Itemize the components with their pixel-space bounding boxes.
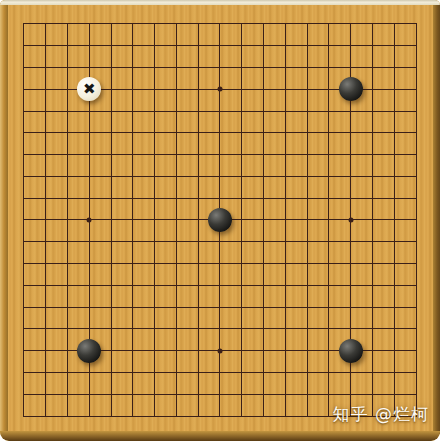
board-cell[interactable]	[296, 405, 318, 427]
board-cell[interactable]	[166, 231, 188, 253]
board-cell[interactable]	[209, 187, 231, 209]
board-cell[interactable]	[340, 253, 362, 275]
board-cell[interactable]	[383, 166, 405, 188]
board-cell[interactable]	[122, 318, 144, 340]
board-cell[interactable]	[166, 340, 188, 362]
board-cell[interactable]	[78, 253, 100, 275]
board-cell[interactable]	[209, 362, 231, 384]
board-cell[interactable]	[122, 57, 144, 79]
board-cell[interactable]	[187, 383, 209, 405]
board-cell[interactable]	[405, 231, 427, 253]
board-cell[interactable]	[296, 274, 318, 296]
board-cell[interactable]	[253, 57, 275, 79]
board-cell[interactable]	[187, 340, 209, 362]
board-cell[interactable]	[231, 340, 253, 362]
board-cell[interactable]	[340, 231, 362, 253]
board-cell[interactable]	[318, 35, 340, 57]
board-cell[interactable]	[100, 362, 122, 384]
board-cell[interactable]	[383, 318, 405, 340]
board-cell[interactable]	[340, 340, 362, 362]
board-cell[interactable]	[274, 405, 296, 427]
board-cell[interactable]	[144, 209, 166, 231]
board-cell[interactable]	[144, 274, 166, 296]
board-cell[interactable]	[100, 78, 122, 100]
board-cell[interactable]	[274, 253, 296, 275]
board-cell[interactable]	[35, 231, 57, 253]
board-cell[interactable]	[318, 253, 340, 275]
board-cell[interactable]	[13, 340, 35, 362]
board-cell[interactable]	[383, 78, 405, 100]
board-cell[interactable]	[318, 383, 340, 405]
board-cell[interactable]	[253, 187, 275, 209]
board-cell[interactable]	[405, 166, 427, 188]
board-cell[interactable]	[35, 405, 57, 427]
board-cell[interactable]	[78, 13, 100, 35]
board-cell[interactable]	[166, 78, 188, 100]
board-cell[interactable]	[231, 231, 253, 253]
board-cell[interactable]	[100, 166, 122, 188]
board-cell[interactable]	[187, 187, 209, 209]
board-cell[interactable]	[405, 209, 427, 231]
board-cell[interactable]	[318, 209, 340, 231]
board-cell[interactable]	[78, 209, 100, 231]
board-cell[interactable]	[274, 13, 296, 35]
go-board[interactable]: ✖	[13, 13, 427, 427]
board-cell[interactable]	[122, 122, 144, 144]
board-cell[interactable]	[100, 144, 122, 166]
board-cell[interactable]	[383, 187, 405, 209]
board-cell[interactable]	[166, 274, 188, 296]
board-cell[interactable]	[362, 78, 384, 100]
board-cell[interactable]	[144, 122, 166, 144]
board-cell[interactable]	[362, 187, 384, 209]
board-cell[interactable]	[253, 122, 275, 144]
board-cell[interactable]	[35, 35, 57, 57]
board-cell[interactable]	[253, 318, 275, 340]
board-cell[interactable]	[35, 318, 57, 340]
board-cell[interactable]	[187, 362, 209, 384]
board-cell[interactable]	[122, 100, 144, 122]
board-cell[interactable]	[253, 144, 275, 166]
board-cell[interactable]	[274, 383, 296, 405]
board-cell[interactable]	[187, 166, 209, 188]
board-cell[interactable]	[144, 253, 166, 275]
board-cell[interactable]	[296, 340, 318, 362]
board-cell[interactable]	[340, 144, 362, 166]
board-cell[interactable]	[35, 187, 57, 209]
board-cell[interactable]	[383, 144, 405, 166]
board-cell[interactable]	[383, 100, 405, 122]
board-cell[interactable]	[253, 231, 275, 253]
board-cell[interactable]	[78, 383, 100, 405]
board-cell[interactable]	[362, 253, 384, 275]
board-cell[interactable]	[340, 57, 362, 79]
board-cell[interactable]	[231, 405, 253, 427]
board-cell[interactable]	[166, 35, 188, 57]
board-cell[interactable]	[209, 231, 231, 253]
board-cell[interactable]	[383, 253, 405, 275]
board-cell[interactable]	[253, 253, 275, 275]
board-cell[interactable]	[296, 209, 318, 231]
board-cell[interactable]	[13, 274, 35, 296]
board-cell[interactable]	[340, 13, 362, 35]
board-cell[interactable]	[57, 13, 79, 35]
board-cell[interactable]	[253, 383, 275, 405]
board-cell[interactable]	[187, 100, 209, 122]
board-cell[interactable]	[362, 296, 384, 318]
board-cell[interactable]	[122, 340, 144, 362]
board-cell[interactable]	[78, 274, 100, 296]
board-cell[interactable]	[209, 383, 231, 405]
board-cell[interactable]	[274, 187, 296, 209]
board-cell[interactable]	[362, 209, 384, 231]
board-cell[interactable]	[383, 35, 405, 57]
board-cell[interactable]	[57, 78, 79, 100]
board-cell[interactable]	[144, 166, 166, 188]
board-cell[interactable]	[296, 362, 318, 384]
board-cell[interactable]	[383, 274, 405, 296]
board-cell[interactable]	[57, 253, 79, 275]
board-cell[interactable]	[144, 144, 166, 166]
board-cell[interactable]	[122, 405, 144, 427]
board-cell[interactable]	[13, 383, 35, 405]
board-cell[interactable]	[405, 318, 427, 340]
board-cell[interactable]	[405, 383, 427, 405]
board-cell[interactable]	[57, 122, 79, 144]
board-cell[interactable]	[122, 166, 144, 188]
board-cell[interactable]	[231, 296, 253, 318]
board-cell[interactable]	[57, 35, 79, 57]
board-cell[interactable]	[274, 144, 296, 166]
board-cell[interactable]	[231, 318, 253, 340]
board-cell[interactable]	[78, 166, 100, 188]
board-cell[interactable]	[253, 209, 275, 231]
board-cell[interactable]	[35, 78, 57, 100]
board-cell[interactable]	[362, 100, 384, 122]
board-cell[interactable]	[209, 274, 231, 296]
board-cell[interactable]	[13, 144, 35, 166]
board-cell[interactable]	[187, 57, 209, 79]
board-cell[interactable]	[362, 122, 384, 144]
board-cell[interactable]	[362, 318, 384, 340]
board-cell[interactable]	[318, 144, 340, 166]
board-cell[interactable]	[405, 35, 427, 57]
board-cell[interactable]	[209, 122, 231, 144]
board-cell[interactable]	[122, 209, 144, 231]
board-cell[interactable]	[122, 35, 144, 57]
board-cell[interactable]	[78, 340, 100, 362]
board-cell[interactable]	[362, 274, 384, 296]
board-cell[interactable]	[231, 383, 253, 405]
board-cell[interactable]	[100, 340, 122, 362]
board-cell[interactable]	[274, 100, 296, 122]
board-cell[interactable]	[166, 144, 188, 166]
board-cell[interactable]	[209, 100, 231, 122]
board-cell[interactable]	[166, 296, 188, 318]
board-cell[interactable]	[209, 318, 231, 340]
board-cell[interactable]	[296, 35, 318, 57]
board-cell[interactable]	[296, 100, 318, 122]
board-cell[interactable]	[209, 13, 231, 35]
board-cell[interactable]	[383, 383, 405, 405]
board-cell[interactable]	[13, 35, 35, 57]
board-cell[interactable]	[35, 253, 57, 275]
board-cell[interactable]	[318, 296, 340, 318]
board-cell[interactable]	[274, 122, 296, 144]
board-cell[interactable]	[340, 362, 362, 384]
board-cell[interactable]	[187, 274, 209, 296]
board-cell[interactable]	[166, 362, 188, 384]
board-cell[interactable]	[57, 144, 79, 166]
board-cell[interactable]	[383, 13, 405, 35]
board-cell[interactable]	[383, 296, 405, 318]
board-cell[interactable]	[318, 57, 340, 79]
board-cell[interactable]	[187, 405, 209, 427]
board-cell[interactable]	[296, 144, 318, 166]
board-cell[interactable]	[78, 122, 100, 144]
board-cell[interactable]	[144, 35, 166, 57]
board-cell[interactable]	[209, 209, 231, 231]
board-cell[interactable]	[57, 209, 79, 231]
board-cell[interactable]	[57, 100, 79, 122]
board-cell[interactable]	[231, 144, 253, 166]
board-cell[interactable]	[405, 362, 427, 384]
board-cell[interactable]	[362, 13, 384, 35]
board-cell[interactable]	[209, 35, 231, 57]
board-cell[interactable]	[57, 383, 79, 405]
board-cell[interactable]	[100, 274, 122, 296]
board-cell[interactable]	[362, 383, 384, 405]
board-cell[interactable]	[57, 340, 79, 362]
board-cell[interactable]	[274, 340, 296, 362]
board-cell[interactable]	[383, 57, 405, 79]
board-cell[interactable]	[253, 166, 275, 188]
board-cell[interactable]	[100, 296, 122, 318]
board-cell[interactable]	[383, 362, 405, 384]
board-cell[interactable]	[144, 13, 166, 35]
board-cell[interactable]	[405, 340, 427, 362]
board-cell[interactable]	[13, 166, 35, 188]
board-cell[interactable]	[57, 318, 79, 340]
board-cell[interactable]	[78, 100, 100, 122]
board-cell[interactable]	[209, 296, 231, 318]
board-cell[interactable]	[296, 318, 318, 340]
board-cell[interactable]	[274, 35, 296, 57]
board-cell[interactable]	[122, 13, 144, 35]
board-cell[interactable]	[35, 209, 57, 231]
board-cell[interactable]	[100, 57, 122, 79]
board-cell[interactable]	[231, 274, 253, 296]
board-cell[interactable]	[340, 187, 362, 209]
board-cell[interactable]	[35, 362, 57, 384]
board-cell[interactable]	[405, 122, 427, 144]
board-cell[interactable]	[187, 209, 209, 231]
board-cell[interactable]	[296, 57, 318, 79]
board-cell[interactable]	[405, 100, 427, 122]
board-cell[interactable]	[405, 78, 427, 100]
board-cell[interactable]	[253, 35, 275, 57]
board-cell[interactable]	[144, 296, 166, 318]
board-cell[interactable]	[405, 296, 427, 318]
board-cell[interactable]	[35, 57, 57, 79]
board-cell[interactable]	[318, 166, 340, 188]
board-cell[interactable]	[253, 340, 275, 362]
board-cell[interactable]	[253, 100, 275, 122]
board-cell[interactable]	[340, 100, 362, 122]
board-cell[interactable]	[318, 340, 340, 362]
board-cell[interactable]	[209, 340, 231, 362]
board-cell[interactable]	[187, 253, 209, 275]
board-cell[interactable]	[78, 318, 100, 340]
board-cell[interactable]	[166, 122, 188, 144]
board-cell[interactable]	[209, 144, 231, 166]
board-cell[interactable]	[78, 187, 100, 209]
board-cell[interactable]	[187, 231, 209, 253]
board-cell[interactable]	[340, 296, 362, 318]
board-cell[interactable]	[362, 362, 384, 384]
board-cell[interactable]	[405, 274, 427, 296]
board-cell[interactable]	[78, 405, 100, 427]
board-cell[interactable]	[187, 144, 209, 166]
board-cell[interactable]	[35, 13, 57, 35]
board-cell[interactable]	[231, 209, 253, 231]
board-cell[interactable]	[100, 253, 122, 275]
board-cell[interactable]	[100, 383, 122, 405]
board-cell[interactable]	[122, 187, 144, 209]
board-cell[interactable]	[405, 253, 427, 275]
board-cell[interactable]	[144, 100, 166, 122]
board-cell[interactable]	[362, 231, 384, 253]
board-cell[interactable]	[296, 253, 318, 275]
board-cell[interactable]	[166, 383, 188, 405]
board-cell[interactable]	[209, 57, 231, 79]
board-cell[interactable]	[318, 274, 340, 296]
board-cell[interactable]	[209, 405, 231, 427]
board-cell[interactable]	[78, 231, 100, 253]
board-cell[interactable]	[296, 13, 318, 35]
board-cell[interactable]	[57, 362, 79, 384]
board-cell[interactable]	[318, 122, 340, 144]
board-cell[interactable]	[405, 57, 427, 79]
board-cell[interactable]	[274, 78, 296, 100]
board-cell[interactable]	[100, 405, 122, 427]
board-cell[interactable]	[166, 187, 188, 209]
board-cell[interactable]	[122, 383, 144, 405]
board-cell[interactable]	[35, 122, 57, 144]
board-cell[interactable]	[144, 78, 166, 100]
board-cell[interactable]	[78, 35, 100, 57]
board-cell[interactable]	[166, 100, 188, 122]
board-cell[interactable]	[100, 100, 122, 122]
board-cell[interactable]	[274, 231, 296, 253]
board-cell[interactable]	[362, 340, 384, 362]
board-cell[interactable]	[122, 144, 144, 166]
board-cell[interactable]	[13, 57, 35, 79]
board-cell[interactable]	[13, 253, 35, 275]
board-cell[interactable]	[35, 100, 57, 122]
board-cell[interactable]	[340, 35, 362, 57]
board-cell[interactable]	[166, 253, 188, 275]
board-cell[interactable]	[100, 13, 122, 35]
board-cell[interactable]	[274, 362, 296, 384]
board-cell[interactable]	[13, 318, 35, 340]
board-cell[interactable]	[166, 318, 188, 340]
board-cell[interactable]	[144, 57, 166, 79]
board-cell[interactable]	[340, 383, 362, 405]
board-cell[interactable]	[296, 187, 318, 209]
board-cell[interactable]	[318, 187, 340, 209]
board-cell[interactable]	[253, 296, 275, 318]
board-cell[interactable]	[13, 405, 35, 427]
board-cell[interactable]	[187, 78, 209, 100]
board-cell[interactable]	[78, 362, 100, 384]
board-cell[interactable]	[296, 383, 318, 405]
board-cell[interactable]	[122, 231, 144, 253]
board-cell[interactable]	[383, 209, 405, 231]
board-cell[interactable]	[274, 274, 296, 296]
board-cell[interactable]	[231, 122, 253, 144]
board-cell[interactable]	[13, 78, 35, 100]
board-cell[interactable]	[166, 166, 188, 188]
board-cell[interactable]	[405, 144, 427, 166]
board-cell[interactable]	[231, 35, 253, 57]
board-cell[interactable]	[340, 78, 362, 100]
board-cell[interactable]	[362, 57, 384, 79]
board-cell[interactable]	[383, 340, 405, 362]
board-cell[interactable]	[187, 318, 209, 340]
board-cell[interactable]	[100, 231, 122, 253]
board-cell[interactable]	[57, 57, 79, 79]
board-cell[interactable]	[318, 231, 340, 253]
board-cell[interactable]	[13, 122, 35, 144]
board-cell[interactable]	[231, 362, 253, 384]
board-cell[interactable]	[144, 405, 166, 427]
board-cell[interactable]	[122, 253, 144, 275]
board-cell[interactable]	[144, 231, 166, 253]
board-cell[interactable]	[231, 13, 253, 35]
board-cell[interactable]	[100, 209, 122, 231]
board-cell[interactable]	[405, 13, 427, 35]
board-cell[interactable]	[144, 383, 166, 405]
board-cell[interactable]	[231, 78, 253, 100]
board-cell[interactable]	[274, 209, 296, 231]
board-cell[interactable]	[296, 166, 318, 188]
board-cell[interactable]	[144, 318, 166, 340]
board-cell[interactable]	[340, 166, 362, 188]
board-cell[interactable]	[231, 57, 253, 79]
board-cell[interactable]	[209, 78, 231, 100]
board-cell[interactable]	[274, 166, 296, 188]
board-cell[interactable]	[166, 57, 188, 79]
board-cell[interactable]	[122, 274, 144, 296]
board-cell[interactable]	[296, 78, 318, 100]
board-cell[interactable]	[13, 209, 35, 231]
board-cell[interactable]	[383, 231, 405, 253]
board-cell[interactable]	[253, 78, 275, 100]
board-cell[interactable]	[362, 166, 384, 188]
board-cell[interactable]	[253, 274, 275, 296]
board-cell[interactable]	[274, 318, 296, 340]
board-cell[interactable]	[383, 122, 405, 144]
board-cell[interactable]	[57, 405, 79, 427]
board-cell[interactable]	[340, 274, 362, 296]
board-cell[interactable]	[35, 340, 57, 362]
board-cell[interactable]	[78, 296, 100, 318]
board-cell[interactable]: ✖	[78, 78, 100, 100]
board-cell[interactable]	[144, 340, 166, 362]
board-cell[interactable]	[144, 187, 166, 209]
board-cell[interactable]	[253, 13, 275, 35]
